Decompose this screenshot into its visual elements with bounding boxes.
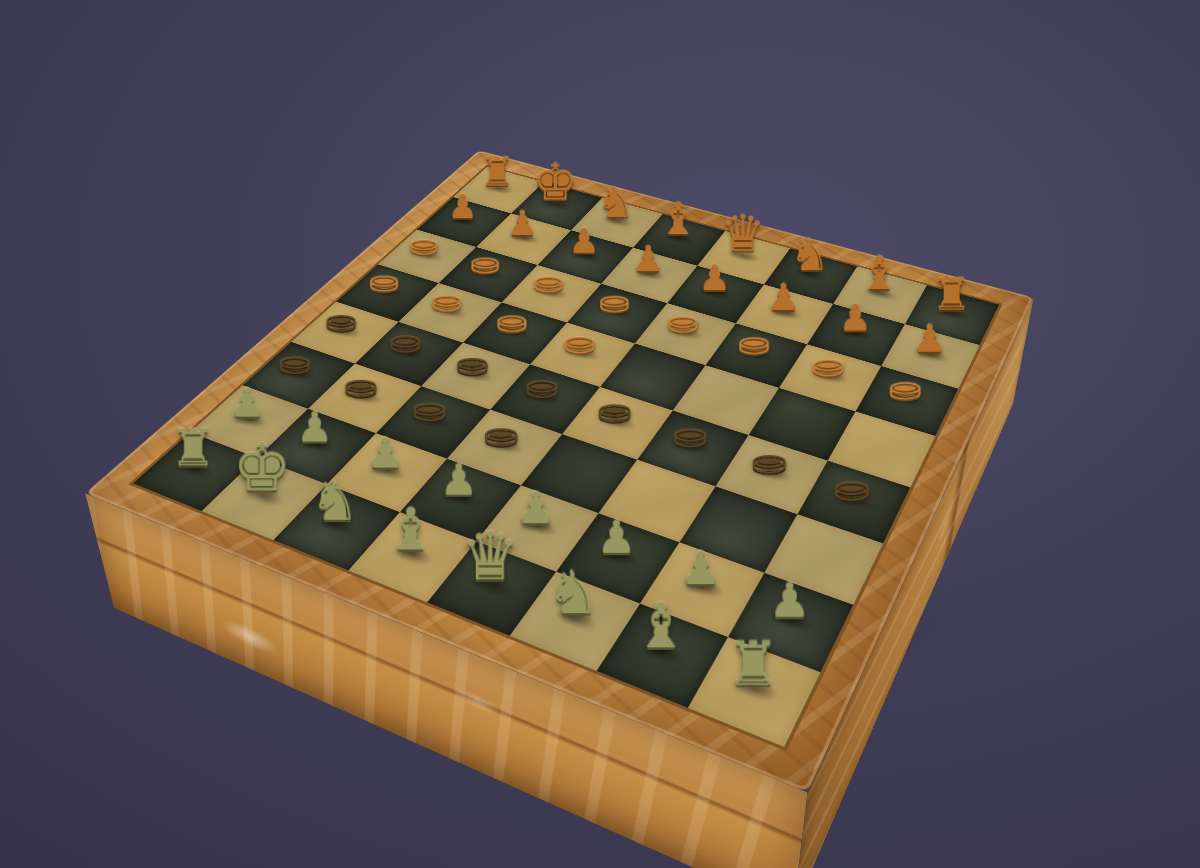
piece-green-pawn-h2[interactable]: ♟ <box>735 577 844 624</box>
piece-brown-disc-h4[interactable]: ⛂ <box>802 472 901 506</box>
piece-brown-disc-d3[interactable]: ⛂ <box>453 418 548 451</box>
piece-green-rook-h1[interactable]: ♜ <box>696 634 810 694</box>
photo-backdrop: ♜♚♞♝♛♞♝♜♟♟♟♟♟♟♟♟⛂⛂⛂⛂⛂⛂⛂⛂⛂⛂⛂⛂⛂⛂⛂⛂⛂⛂⛂⛂⛂⛂⛂⛂… <box>0 0 1200 868</box>
piece-orange-disc-h6[interactable]: ⛂ <box>859 373 950 405</box>
